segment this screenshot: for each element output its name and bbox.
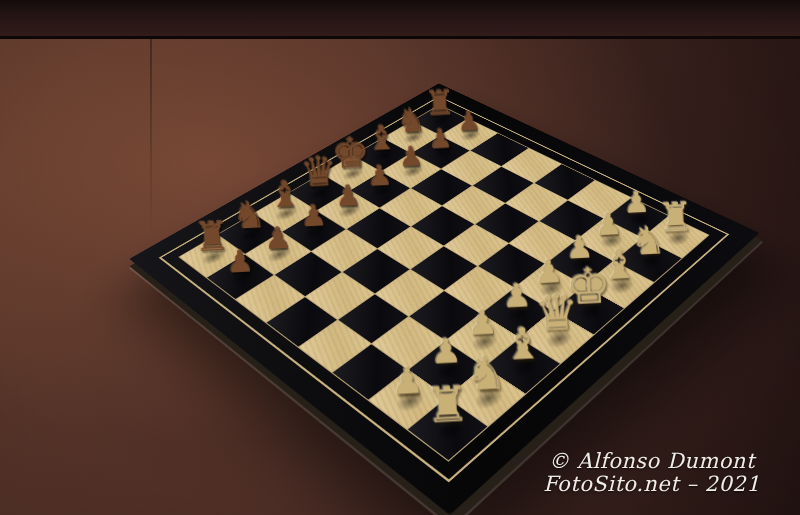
piece-black-pawn-d7: ♟ — [334, 181, 361, 211]
piece-black-knight-b8: ♞ — [232, 196, 267, 235]
piece-black-pawn-f7: ♟ — [398, 143, 424, 171]
piece-white-pawn-g2: ♟ — [595, 209, 624, 240]
watermark: © Alfonso Dumont FotoSito.net – 2021 — [543, 450, 760, 497]
background-top-band — [0, 0, 800, 36]
piece-white-pawn-d2: ♟ — [501, 280, 532, 314]
piece-white-pawn-c2: ♟ — [467, 306, 499, 341]
piece-black-rook-h8: ♜ — [424, 86, 456, 121]
watermark-line1: © Alfonso Dumont — [543, 450, 760, 474]
piece-black-queen-d8: ♛ — [299, 151, 338, 194]
piece-black-pawn-e7: ♟ — [367, 161, 393, 190]
piece-black-bishop-f8: ♝ — [366, 120, 398, 155]
piece-white-bishop-c1: ♝ — [502, 322, 543, 368]
photo-scene: ♜♞♝♛♚♝♞♜♟♟♟♟♟♟♟♟♟♟♟♟♟♟♟♟♜♞♝♛♚♝♞♜ © Alfon… — [0, 0, 800, 515]
piece-black-king-e8: ♚ — [331, 131, 370, 175]
piece-white-pawn-b2: ♟ — [430, 334, 463, 370]
piece-black-pawn-c7: ♟ — [300, 201, 328, 232]
piece-white-pawn-h2: ♟ — [623, 188, 651, 219]
watermark-line2: FotoSito.net – 2021 — [543, 473, 760, 497]
piece-black-pawn-h7: ♟ — [457, 108, 482, 135]
piece-white-rook-a1: ♜ — [425, 379, 471, 430]
piece-black-pawn-a7: ♟ — [226, 245, 255, 277]
piece-white-pawn-a2: ♟ — [391, 363, 425, 400]
piece-black-knight-g8: ♞ — [396, 103, 427, 137]
piece-black-pawn-b7: ♟ — [264, 223, 292, 254]
piece-black-pawn-g7: ♟ — [428, 125, 453, 153]
piece-white-knight-b1: ♞ — [465, 351, 508, 398]
piece-black-bishop-c8: ♝ — [268, 176, 302, 214]
table-leaf-seam — [150, 39, 152, 239]
